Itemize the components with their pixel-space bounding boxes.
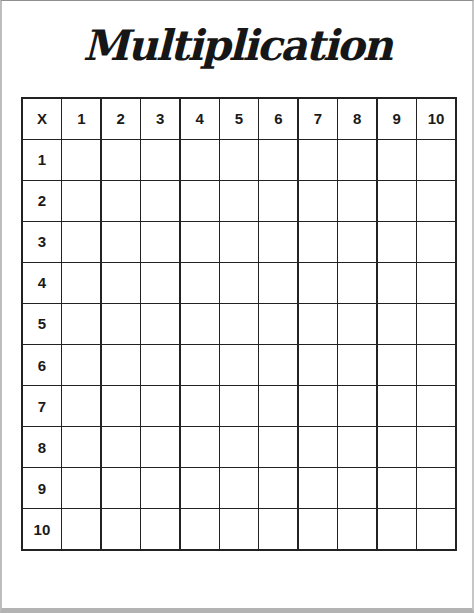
answer-cell-empty <box>378 509 416 549</box>
answer-cell-empty <box>181 509 219 549</box>
answer-cell-empty <box>417 386 455 426</box>
answer-cell-empty <box>299 468 337 508</box>
answer-cell-empty <box>181 140 219 180</box>
answer-cell-empty <box>378 468 416 508</box>
answer-cell-empty <box>417 509 455 549</box>
answer-cell-empty <box>141 427 179 467</box>
answer-cell-empty <box>338 345 376 385</box>
column-header-cell: 3 <box>141 99 179 139</box>
answer-cell-empty <box>378 304 416 344</box>
answer-cell-empty <box>102 181 140 221</box>
answer-cell-empty <box>378 386 416 426</box>
answer-cell-empty <box>417 427 455 467</box>
answer-cell-empty <box>299 263 337 303</box>
answer-cell-empty <box>378 140 416 180</box>
answer-cell-empty <box>338 181 376 221</box>
answer-cell-empty <box>417 222 455 262</box>
answer-cell-empty <box>417 304 455 344</box>
answer-cell-empty <box>259 140 297 180</box>
answer-cell-empty <box>141 386 179 426</box>
column-header-cell: 6 <box>259 99 297 139</box>
row-header-cell: 5 <box>23 304 61 344</box>
answer-cell-empty <box>378 345 416 385</box>
answer-cell-empty <box>181 427 219 467</box>
column-header-cell: 7 <box>299 99 337 139</box>
answer-cell-empty <box>259 263 297 303</box>
answer-cell-empty <box>220 427 258 467</box>
answer-cell-empty <box>220 140 258 180</box>
answer-cell-empty <box>141 140 179 180</box>
answer-cell-empty <box>378 222 416 262</box>
row-header-cell: 4 <box>23 263 61 303</box>
answer-cell-empty <box>181 222 219 262</box>
answer-cell-empty <box>299 345 337 385</box>
answer-cell-empty <box>102 304 140 344</box>
answer-cell-empty <box>259 468 297 508</box>
grid-corner-cell: X <box>23 99 61 139</box>
answer-cell-empty <box>141 304 179 344</box>
row-header-cell: 1 <box>23 140 61 180</box>
answer-cell-empty <box>141 222 179 262</box>
column-header-cell: 9 <box>378 99 416 139</box>
answer-cell-empty <box>259 304 297 344</box>
answer-cell-empty <box>299 140 337 180</box>
answer-cell-empty <box>378 263 416 303</box>
row-header-cell: 7 <box>23 386 61 426</box>
answer-cell-empty <box>259 222 297 262</box>
column-header-cell: 10 <box>417 99 455 139</box>
answer-cell-empty <box>62 468 100 508</box>
answer-cell-empty <box>338 427 376 467</box>
row-header-cell: 8 <box>23 427 61 467</box>
answer-cell-empty <box>299 304 337 344</box>
answer-cell-empty <box>141 345 179 385</box>
row-header-cell: 10 <box>23 509 61 549</box>
answer-cell-empty <box>102 386 140 426</box>
answer-cell-empty <box>338 263 376 303</box>
answer-cell-empty <box>62 386 100 426</box>
answer-cell-empty <box>141 263 179 303</box>
answer-cell-empty <box>102 509 140 549</box>
answer-cell-empty <box>62 181 100 221</box>
answer-cell-empty <box>299 427 337 467</box>
answer-cell-empty <box>338 140 376 180</box>
answer-cell-empty <box>181 263 219 303</box>
answer-cell-empty <box>181 345 219 385</box>
worksheet-page: Multiplication X1234567891012345678910 <box>0 0 474 613</box>
answer-cell-empty <box>338 222 376 262</box>
answer-cell-empty <box>102 222 140 262</box>
answer-cell-empty <box>299 222 337 262</box>
answer-cell-empty <box>299 181 337 221</box>
answer-cell-empty <box>220 345 258 385</box>
answer-cell-empty <box>220 181 258 221</box>
answer-cell-empty <box>259 181 297 221</box>
answer-cell-empty <box>220 222 258 262</box>
answer-cell-empty <box>102 427 140 467</box>
answer-cell-empty <box>417 140 455 180</box>
answer-cell-empty <box>220 263 258 303</box>
answer-cell-empty <box>220 509 258 549</box>
answer-cell-empty <box>62 263 100 303</box>
answer-cell-empty <box>62 345 100 385</box>
answer-cell-empty <box>220 386 258 426</box>
row-header-cell: 2 <box>23 181 61 221</box>
answer-cell-empty <box>259 509 297 549</box>
page-title: Multiplication <box>2 23 472 69</box>
answer-cell-empty <box>62 427 100 467</box>
answer-cell-empty <box>102 140 140 180</box>
answer-cell-empty <box>299 386 337 426</box>
answer-cell-empty <box>259 386 297 426</box>
column-header-cell: 2 <box>102 99 140 139</box>
answer-cell-empty <box>378 427 416 467</box>
answer-cell-empty <box>417 181 455 221</box>
answer-cell-empty <box>181 181 219 221</box>
column-header-cell: 5 <box>220 99 258 139</box>
answer-cell-empty <box>338 304 376 344</box>
answer-cell-empty <box>259 427 297 467</box>
answer-cell-empty <box>181 386 219 426</box>
multiplication-grid: X1234567891012345678910 <box>21 97 457 551</box>
answer-cell-empty <box>141 509 179 549</box>
answer-cell-empty <box>378 181 416 221</box>
column-header-cell: 8 <box>338 99 376 139</box>
answer-cell-empty <box>417 468 455 508</box>
column-header-cell: 4 <box>181 99 219 139</box>
row-header-cell: 6 <box>23 345 61 385</box>
answer-cell-empty <box>220 468 258 508</box>
answer-cell-empty <box>62 222 100 262</box>
answer-cell-empty <box>141 468 179 508</box>
answer-cell-empty <box>141 181 179 221</box>
answer-cell-empty <box>299 509 337 549</box>
answer-cell-empty <box>417 345 455 385</box>
answer-cell-empty <box>62 509 100 549</box>
answer-cell-empty <box>102 345 140 385</box>
answer-cell-empty <box>62 304 100 344</box>
answer-cell-empty <box>220 304 258 344</box>
answer-cell-empty <box>338 509 376 549</box>
row-header-cell: 9 <box>23 468 61 508</box>
column-header-cell: 1 <box>62 99 100 139</box>
answer-cell-empty <box>259 345 297 385</box>
answer-cell-empty <box>338 468 376 508</box>
answer-cell-empty <box>102 468 140 508</box>
answer-cell-empty <box>102 263 140 303</box>
answer-cell-empty <box>338 386 376 426</box>
row-header-cell: 3 <box>23 222 61 262</box>
answer-cell-empty <box>62 140 100 180</box>
answer-cell-empty <box>417 263 455 303</box>
answer-cell-empty <box>181 304 219 344</box>
answer-cell-empty <box>181 468 219 508</box>
